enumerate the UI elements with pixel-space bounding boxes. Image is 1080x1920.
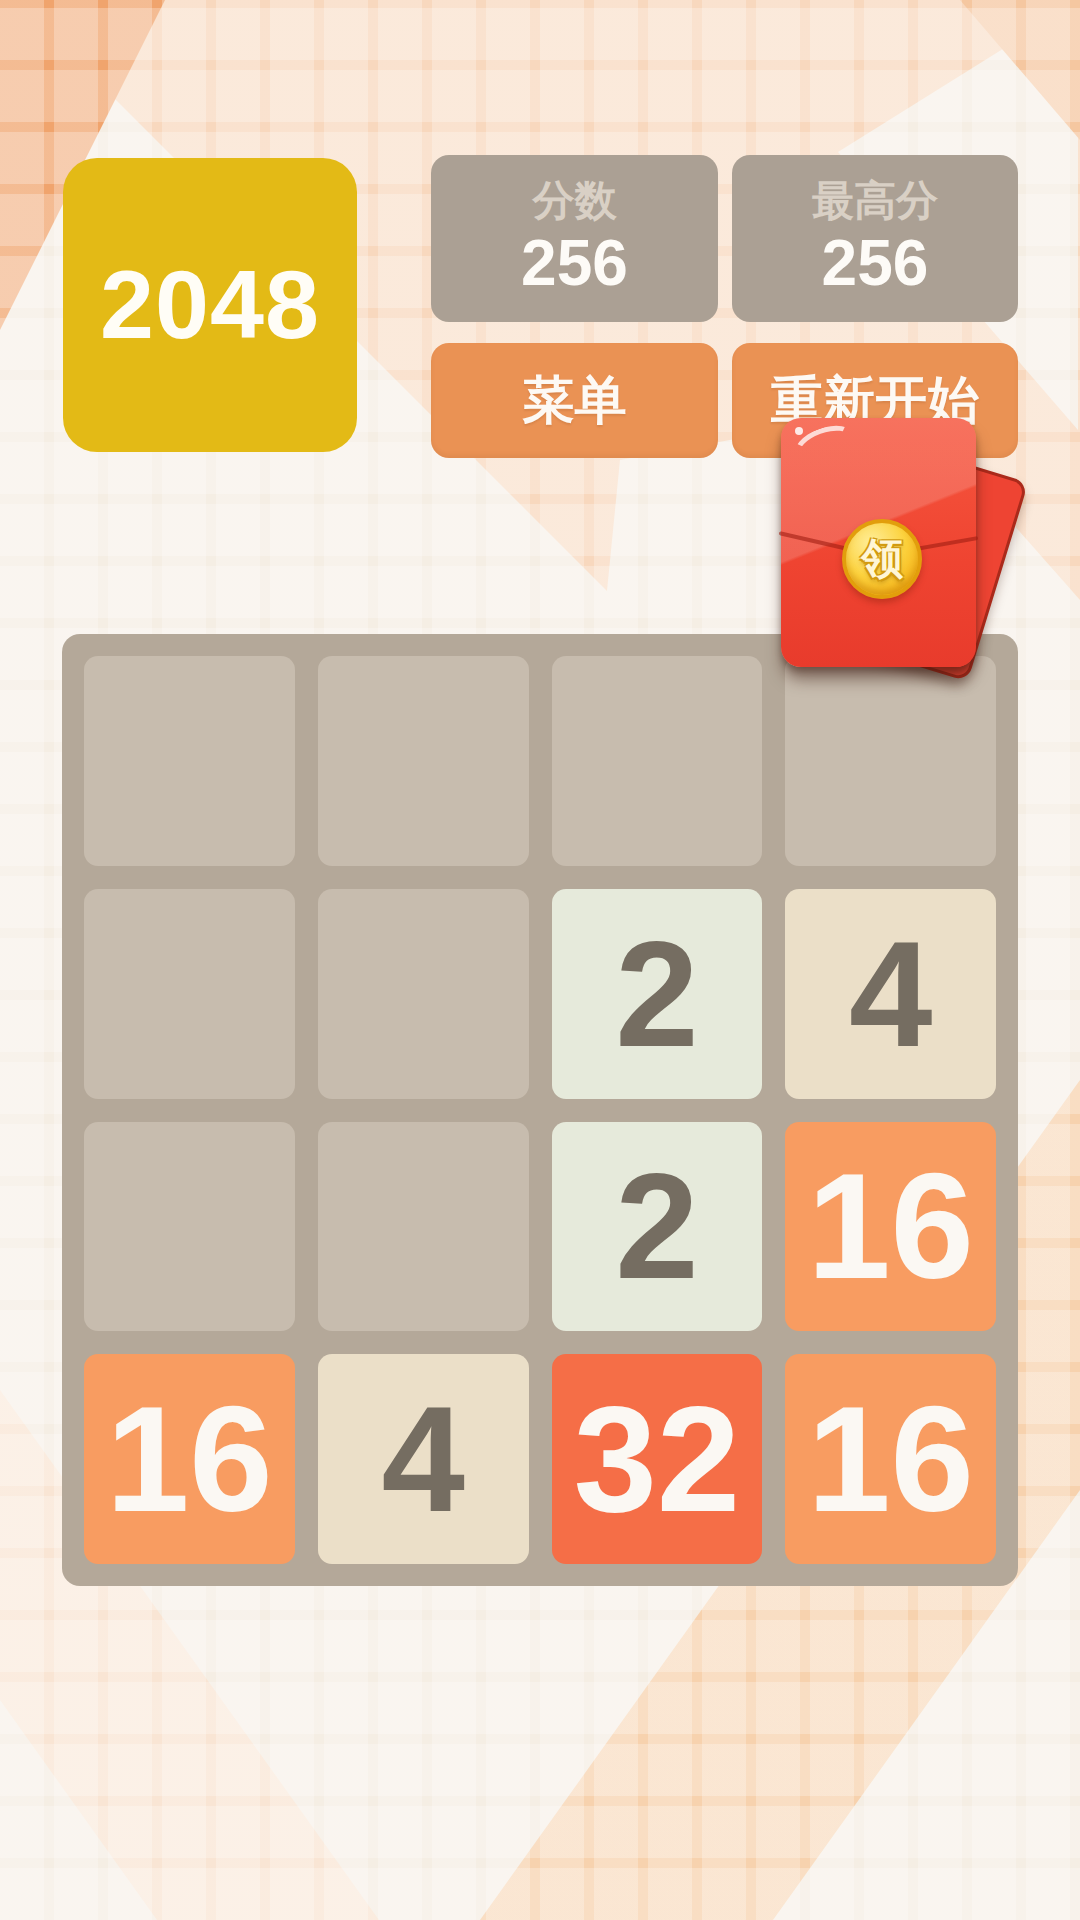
menu-button[interactable]: 菜单 <box>431 343 718 458</box>
tile-2-r2c3: 2 <box>552 889 763 1099</box>
empty-cell-r3c2 <box>318 1122 529 1332</box>
empty-cell-r1c2 <box>318 656 529 866</box>
empty-cell-r2c2 <box>318 889 529 1099</box>
best-score-box: 最高分 256 <box>732 155 1018 322</box>
tile-16-r4c1: 16 <box>84 1354 295 1564</box>
logo-text: 2048 <box>100 249 320 361</box>
score-box: 分数 256 <box>431 155 718 322</box>
best-score-label: 最高分 <box>812 178 938 224</box>
menu-button-label: 菜单 <box>523 366 627 436</box>
claim-coin-label: 领 <box>861 531 903 587</box>
empty-cell-r1c4 <box>785 656 996 866</box>
score-value: 256 <box>521 228 628 298</box>
tile-16-r4c4: 16 <box>785 1354 996 1564</box>
tile-4-r4c2: 4 <box>318 1354 529 1564</box>
board-grid: 242161643216 <box>84 656 996 1564</box>
game-screen: 2048 分数 256 最高分 256 菜单 重新开始 242161643216… <box>0 0 1080 1920</box>
envelope-shine-dot-icon <box>795 427 803 435</box>
empty-cell-r2c1 <box>84 889 295 1099</box>
empty-cell-r1c3 <box>552 656 763 866</box>
tile-2-r3c3: 2 <box>552 1122 763 1332</box>
board[interactable]: 242161643216 <box>62 634 1018 1586</box>
game-logo: 2048 <box>63 158 357 452</box>
red-envelope-button[interactable]: 领 <box>781 418 976 667</box>
score-label: 分数 <box>533 178 617 224</box>
tile-32-r4c3: 32 <box>552 1354 763 1564</box>
claim-coin-icon[interactable]: 领 <box>842 519 922 599</box>
tile-16-r3c4: 16 <box>785 1122 996 1332</box>
best-score-value: 256 <box>822 228 929 298</box>
tile-4-r2c4: 4 <box>785 889 996 1099</box>
empty-cell-r3c1 <box>84 1122 295 1332</box>
empty-cell-r1c1 <box>84 656 295 866</box>
